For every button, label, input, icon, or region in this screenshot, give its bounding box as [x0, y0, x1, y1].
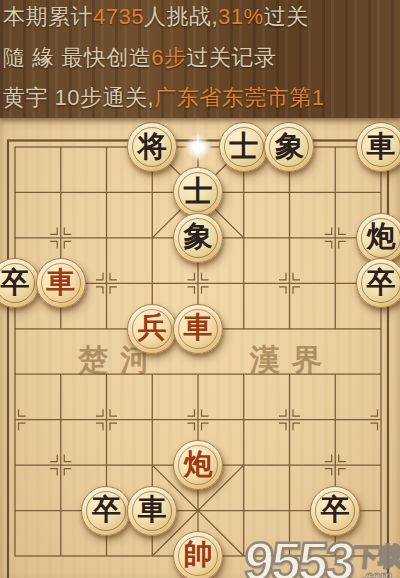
champion-name-steps: 黄宇 10步通关, [3, 85, 154, 110]
piece-glyph: 炮 [183, 450, 212, 479]
header-panel: 本期累计4735人挑战,31%过关 隨 緣 最快创造6步过关记录 黄宇 10步通… [0, 0, 400, 118]
piece-black-elephant[interactable]: 象 [173, 213, 223, 263]
piece-red-chariot[interactable]: 車 [173, 304, 223, 354]
watermark-text: 下载 [352, 544, 400, 569]
piece-black-advisor[interactable]: 士 [173, 167, 223, 217]
watermark: 9553 下载 .com [242, 540, 400, 578]
piece-glyph: 車 [138, 495, 167, 524]
piece-red-chariot[interactable]: 車 [36, 258, 86, 308]
challenger-count: 4735 [93, 4, 144, 29]
stats-text: 过关 [264, 4, 309, 29]
record-text: 过关记录 [186, 45, 276, 70]
champion-line: 黄宇 10步通关,广东省东莞市第1 [3, 84, 324, 112]
watermark-number: 9553 [242, 540, 354, 578]
piece-glyph: 卒 [92, 495, 121, 524]
piece-glyph: 士 [229, 132, 258, 161]
pass-rate: 31% [218, 4, 264, 29]
stats-text: 人挑战, [144, 4, 218, 29]
pieces-layer: 将士象車士象炮卒車卒兵車炮卒車卒帥 [0, 124, 400, 578]
piece-glyph: 炮 [366, 222, 395, 251]
piece-black-general[interactable]: 将 [127, 122, 177, 172]
last-move-sparkle-icon [180, 129, 216, 165]
stats-line: 本期累计4735人挑战,31%过关 [3, 3, 309, 31]
piece-glyph: 兵 [138, 313, 167, 342]
piece-glyph: 車 [46, 268, 75, 297]
piece-glyph: 卒 [321, 495, 350, 524]
piece-glyph: 車 [366, 132, 395, 161]
piece-black-chariot[interactable]: 車 [356, 122, 400, 172]
piece-glyph: 帥 [183, 540, 212, 569]
piece-glyph: 象 [183, 222, 212, 251]
champion-region-rank: 广东省东莞市第1 [154, 85, 324, 110]
piece-red-soldier[interactable]: 兵 [127, 304, 177, 354]
piece-glyph: 卒 [0, 268, 29, 297]
piece-glyph: 卒 [366, 268, 395, 297]
piece-black-soldier[interactable]: 卒 [81, 486, 131, 536]
piece-glyph: 将 [138, 132, 167, 161]
watermark-domain: .com [361, 569, 393, 578]
record-line: 隨 緣 最快创造6步过关记录 [3, 44, 276, 72]
piece-black-elephant[interactable]: 象 [264, 122, 314, 172]
stats-text: 本期累计 [3, 4, 93, 29]
piece-red-general[interactable]: 帥 [173, 531, 223, 578]
piece-glyph: 車 [183, 313, 212, 342]
record-steps: 6步 [151, 45, 186, 70]
piece-black-soldier[interactable]: 卒 [0, 258, 40, 308]
piece-red-cannon[interactable]: 炮 [173, 440, 223, 490]
piece-black-soldier[interactable]: 卒 [356, 258, 400, 308]
piece-black-cannon[interactable]: 炮 [356, 213, 400, 263]
record-holder: 隨 緣 最快创造 [3, 45, 151, 70]
piece-glyph: 士 [183, 177, 212, 206]
piece-black-advisor[interactable]: 士 [219, 122, 269, 172]
piece-black-soldier[interactable]: 卒 [310, 486, 360, 536]
piece-black-chariot[interactable]: 車 [127, 486, 177, 536]
piece-glyph: 象 [275, 132, 304, 161]
